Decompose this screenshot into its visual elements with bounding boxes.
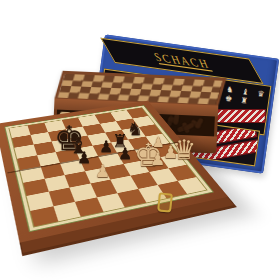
board-latch-icon [157, 192, 173, 212]
product-photo-scene: SCHACH ♟ ♞ ♝ ♛ ♚ ♜ [0, 0, 280, 280]
stored-piece-icon [173, 113, 180, 125]
box-title: SCHACH [151, 50, 214, 72]
stored-piece-icon [194, 117, 204, 129]
box-photo-stripes-icon [215, 109, 265, 123]
